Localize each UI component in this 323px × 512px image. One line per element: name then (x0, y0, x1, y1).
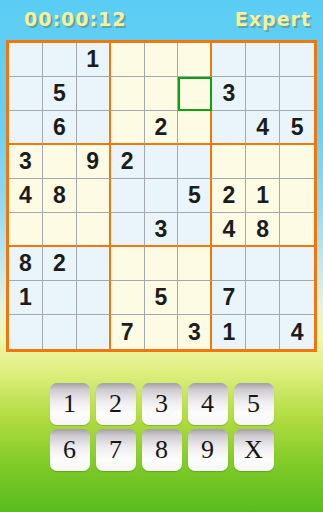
cell-r9c7[interactable]: 1 (212, 315, 246, 349)
cell-r8c5[interactable]: 5 (145, 281, 179, 315)
cell-r6c1[interactable] (9, 213, 43, 247)
cell-r8c1[interactable]: 1 (9, 281, 43, 315)
cell-r2c3[interactable] (77, 77, 111, 111)
cell-r2c8[interactable] (246, 77, 280, 111)
cell-r9c4[interactable]: 7 (111, 315, 145, 349)
cell-r4c9[interactable] (280, 145, 314, 179)
cell-r3c8[interactable]: 4 (246, 111, 280, 145)
keypad-button-5[interactable]: 5 (234, 383, 274, 425)
cell-r1c9[interactable] (280, 43, 314, 77)
cell-r5c8[interactable]: 1 (246, 179, 280, 213)
cell-r6c3[interactable] (77, 213, 111, 247)
cell-r4c1[interactable]: 3 (9, 145, 43, 179)
keypad-button-7[interactable]: 7 (96, 429, 136, 471)
cell-r4c4[interactable]: 2 (111, 145, 145, 179)
difficulty-label: Expert (235, 8, 311, 30)
cell-r8c7[interactable]: 7 (212, 281, 246, 315)
cell-r6c9[interactable] (280, 213, 314, 247)
keypad-button-3[interactable]: 3 (142, 383, 182, 425)
cell-r5c6[interactable]: 5 (178, 179, 212, 213)
cell-r3c3[interactable] (77, 111, 111, 145)
cell-r1c8[interactable] (246, 43, 280, 77)
cell-r1c1[interactable] (9, 43, 43, 77)
number-keypad: 123456789X (0, 383, 323, 471)
cell-r3c2[interactable]: 6 (43, 111, 77, 145)
cell-r2c7[interactable]: 3 (212, 77, 246, 111)
keypad-button-1[interactable]: 1 (50, 383, 90, 425)
cell-r9c5[interactable] (145, 315, 179, 349)
keypad-row: 12345 (50, 383, 274, 425)
cell-r9c8[interactable] (246, 315, 280, 349)
cell-r7c1[interactable]: 8 (9, 247, 43, 281)
keypad-button-6[interactable]: 6 (50, 429, 90, 471)
cell-r8c2[interactable] (43, 281, 77, 315)
cell-r7c7[interactable] (212, 247, 246, 281)
keypad-button-x[interactable]: X (234, 429, 274, 471)
cell-r2c5[interactable] (145, 77, 179, 111)
cell-r3c1[interactable] (9, 111, 43, 145)
cell-r8c4[interactable] (111, 281, 145, 315)
cell-r7c3[interactable] (77, 247, 111, 281)
cell-r5c4[interactable] (111, 179, 145, 213)
cell-r3c4[interactable] (111, 111, 145, 145)
cell-r9c3[interactable] (77, 315, 111, 349)
cell-r2c9[interactable] (280, 77, 314, 111)
cell-r5c2[interactable]: 8 (43, 179, 77, 213)
cell-r3c9[interactable]: 5 (280, 111, 314, 145)
cell-r6c8[interactable]: 8 (246, 213, 280, 247)
cell-r1c2[interactable] (43, 43, 77, 77)
cell-r2c1[interactable] (9, 77, 43, 111)
keypad-button-8[interactable]: 8 (142, 429, 182, 471)
cell-r7c4[interactable] (111, 247, 145, 281)
cell-r8c8[interactable] (246, 281, 280, 315)
cell-r6c6[interactable] (178, 213, 212, 247)
cell-r8c6[interactable] (178, 281, 212, 315)
keypad-button-2[interactable]: 2 (96, 383, 136, 425)
cell-r9c9[interactable]: 4 (280, 315, 314, 349)
cell-r6c7[interactable]: 4 (212, 213, 246, 247)
cell-r1c7[interactable] (212, 43, 246, 77)
keypad-button-4[interactable]: 4 (188, 383, 228, 425)
cell-r4c3[interactable]: 9 (77, 145, 111, 179)
cell-r7c5[interactable] (145, 247, 179, 281)
cell-r4c8[interactable] (246, 145, 280, 179)
cell-r3c7[interactable] (212, 111, 246, 145)
cell-r7c2[interactable]: 2 (43, 247, 77, 281)
cell-r1c3[interactable]: 1 (77, 43, 111, 77)
cell-r4c2[interactable] (43, 145, 77, 179)
cell-r5c7[interactable]: 2 (212, 179, 246, 213)
cell-r1c5[interactable] (145, 43, 179, 77)
cell-r4c5[interactable] (145, 145, 179, 179)
cell-r6c2[interactable] (43, 213, 77, 247)
cell-r4c6[interactable] (178, 145, 212, 179)
cell-r8c9[interactable] (280, 281, 314, 315)
cell-r1c6[interactable] (178, 43, 212, 77)
cell-r7c6[interactable] (178, 247, 212, 281)
keypad-row: 6789X (50, 429, 274, 471)
cell-r7c8[interactable] (246, 247, 280, 281)
timer: 00:00:12 (24, 8, 127, 30)
cell-r2c4[interactable] (111, 77, 145, 111)
cell-r4c7[interactable] (212, 145, 246, 179)
top-bar: 00:00:12 Expert (0, 0, 323, 38)
cell-r9c2[interactable] (43, 315, 77, 349)
cell-r6c5[interactable]: 3 (145, 213, 179, 247)
cell-r9c6[interactable]: 3 (178, 315, 212, 349)
cell-r3c5[interactable]: 2 (145, 111, 179, 145)
cell-r3c6[interactable] (178, 111, 212, 145)
app-screen: 00:00:12 Expert 153624539248521348821577… (0, 0, 323, 512)
cell-r7c9[interactable] (280, 247, 314, 281)
cell-r2c6[interactable] (178, 77, 212, 111)
cell-r5c5[interactable] (145, 179, 179, 213)
sudoku-board: 153624539248521348821577314 (6, 40, 317, 352)
cell-r2c2[interactable]: 5 (43, 77, 77, 111)
keypad-button-9[interactable]: 9 (188, 429, 228, 471)
cell-r8c3[interactable] (77, 281, 111, 315)
cell-r1c4[interactable] (111, 43, 145, 77)
cell-r5c9[interactable] (280, 179, 314, 213)
cell-r9c1[interactable] (9, 315, 43, 349)
cell-r5c1[interactable]: 4 (9, 179, 43, 213)
cell-r6c4[interactable] (111, 213, 145, 247)
cell-r5c3[interactable] (77, 179, 111, 213)
